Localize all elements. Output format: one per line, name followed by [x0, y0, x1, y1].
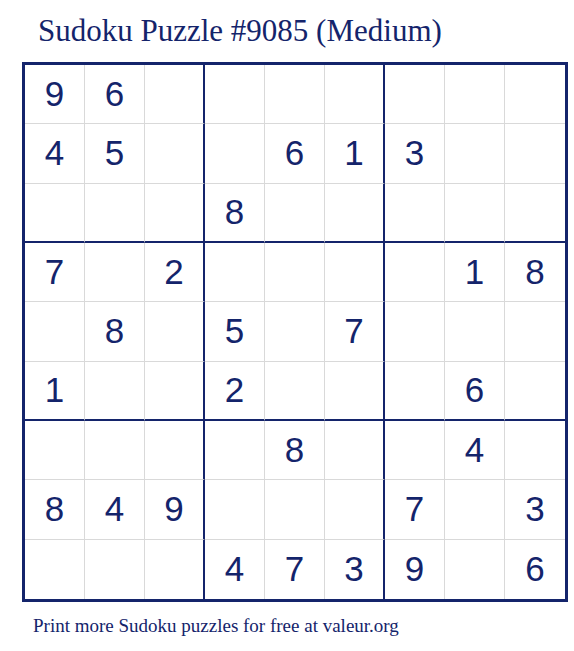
cell-r4c5[interactable]: [265, 243, 325, 302]
cell-r4c9[interactable]: 8: [505, 243, 565, 302]
cell-r2c1[interactable]: 4: [25, 124, 85, 183]
cell-r4c1[interactable]: 7: [25, 243, 85, 302]
cell-r3c2[interactable]: [85, 184, 145, 243]
cell-r4c3[interactable]: 2: [145, 243, 205, 302]
cell-r8c4[interactable]: [205, 480, 265, 539]
cell-r7c7[interactable]: [385, 421, 445, 480]
cell-r9c6[interactable]: 3: [325, 540, 385, 599]
cell-r5c6[interactable]: 7: [325, 302, 385, 361]
cell-r6c5[interactable]: [265, 362, 325, 421]
cell-r6c8[interactable]: 6: [445, 362, 505, 421]
cell-r6c9[interactable]: [505, 362, 565, 421]
cell-r1c6[interactable]: [325, 65, 385, 124]
cell-r8c5[interactable]: [265, 480, 325, 539]
cell-r1c3[interactable]: [145, 65, 205, 124]
cell-r6c7[interactable]: [385, 362, 445, 421]
cell-r7c1[interactable]: [25, 421, 85, 480]
cell-r2c4[interactable]: [205, 124, 265, 183]
page-title: Sudoku Puzzle #9085 (Medium): [38, 13, 442, 49]
cell-r1c1[interactable]: 9: [25, 65, 85, 124]
cell-r5c9[interactable]: [505, 302, 565, 361]
cell-r6c4[interactable]: 2: [205, 362, 265, 421]
cell-r2c8[interactable]: [445, 124, 505, 183]
cell-r3c4[interactable]: 8: [205, 184, 265, 243]
cell-r5c2[interactable]: 8: [85, 302, 145, 361]
cell-r3c3[interactable]: [145, 184, 205, 243]
cell-r9c5[interactable]: 7: [265, 540, 325, 599]
cell-r8c1[interactable]: 8: [25, 480, 85, 539]
cell-r2c9[interactable]: [505, 124, 565, 183]
cell-r3c7[interactable]: [385, 184, 445, 243]
cell-r7c5[interactable]: 8: [265, 421, 325, 480]
cell-r1c2[interactable]: 6: [85, 65, 145, 124]
cell-r8c2[interactable]: 4: [85, 480, 145, 539]
cell-r3c6[interactable]: [325, 184, 385, 243]
cell-r2c5[interactable]: 6: [265, 124, 325, 183]
cell-r3c5[interactable]: [265, 184, 325, 243]
cell-r9c9[interactable]: 6: [505, 540, 565, 599]
cell-r1c8[interactable]: [445, 65, 505, 124]
cell-r4c4[interactable]: [205, 243, 265, 302]
cell-r4c7[interactable]: [385, 243, 445, 302]
cell-r3c9[interactable]: [505, 184, 565, 243]
cell-r9c8[interactable]: [445, 540, 505, 599]
cell-r8c6[interactable]: [325, 480, 385, 539]
cell-r9c1[interactable]: [25, 540, 85, 599]
cell-r6c6[interactable]: [325, 362, 385, 421]
footer-text: Print more Sudoku puzzles for free at va…: [33, 615, 399, 637]
cell-r1c5[interactable]: [265, 65, 325, 124]
cell-r6c3[interactable]: [145, 362, 205, 421]
cell-r2c3[interactable]: [145, 124, 205, 183]
cell-r7c2[interactable]: [85, 421, 145, 480]
cell-r5c5[interactable]: [265, 302, 325, 361]
page: Sudoku Puzzle #9085 (Medium) 96456138721…: [0, 0, 574, 651]
cell-r8c3[interactable]: 9: [145, 480, 205, 539]
cell-r6c2[interactable]: [85, 362, 145, 421]
cell-r5c1[interactable]: [25, 302, 85, 361]
cell-r7c3[interactable]: [145, 421, 205, 480]
cell-r7c8[interactable]: 4: [445, 421, 505, 480]
cell-r2c2[interactable]: 5: [85, 124, 145, 183]
cell-r7c9[interactable]: [505, 421, 565, 480]
cell-r8c7[interactable]: 7: [385, 480, 445, 539]
cell-r9c3[interactable]: [145, 540, 205, 599]
sudoku-board: 964561387218857126848497347396: [22, 62, 568, 602]
cell-r3c8[interactable]: [445, 184, 505, 243]
cell-r8c9[interactable]: 3: [505, 480, 565, 539]
cell-r5c7[interactable]: [385, 302, 445, 361]
cell-r1c7[interactable]: [385, 65, 445, 124]
cell-r7c6[interactable]: [325, 421, 385, 480]
cell-r9c4[interactable]: 4: [205, 540, 265, 599]
cell-r9c7[interactable]: 9: [385, 540, 445, 599]
cell-r5c4[interactable]: 5: [205, 302, 265, 361]
cell-r7c4[interactable]: [205, 421, 265, 480]
cell-r4c2[interactable]: [85, 243, 145, 302]
cell-r5c8[interactable]: [445, 302, 505, 361]
cell-r6c1[interactable]: 1: [25, 362, 85, 421]
cell-r4c6[interactable]: [325, 243, 385, 302]
cell-r9c2[interactable]: [85, 540, 145, 599]
cell-r3c1[interactable]: [25, 184, 85, 243]
cell-r5c3[interactable]: [145, 302, 205, 361]
cell-r8c8[interactable]: [445, 480, 505, 539]
cell-r4c8[interactable]: 1: [445, 243, 505, 302]
cell-r2c6[interactable]: 1: [325, 124, 385, 183]
cell-r2c7[interactable]: 3: [385, 124, 445, 183]
cell-r1c4[interactable]: [205, 65, 265, 124]
cell-r1c9[interactable]: [505, 65, 565, 124]
